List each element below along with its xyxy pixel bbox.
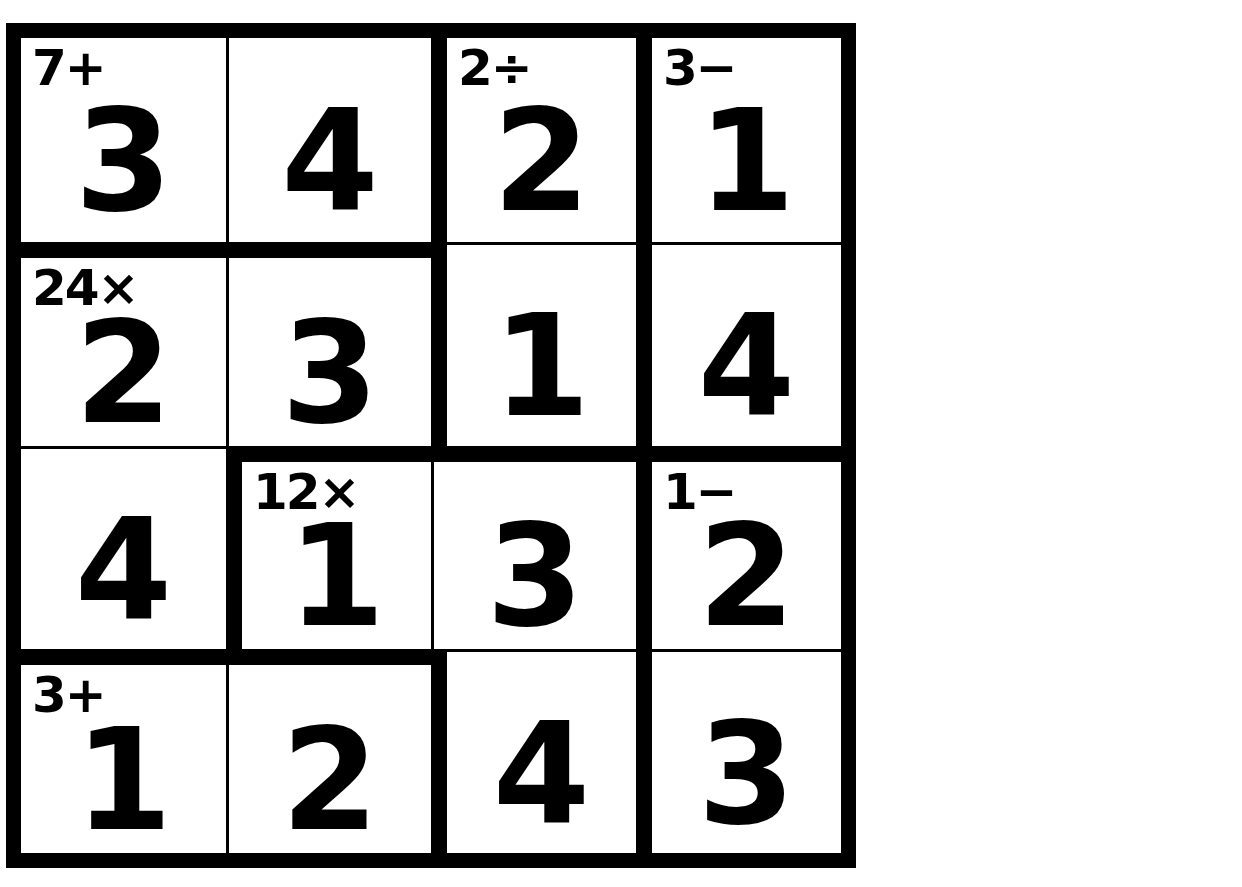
cell-value: 4 [698, 297, 795, 437]
cell-r1c1: 7+ 3 [21, 38, 226, 242]
cell-value: 4 [75, 501, 172, 641]
cell-r4c3: 4 [431, 649, 636, 853]
cell-r2c2: 3 [226, 242, 431, 446]
cell-r1c2: 4 [226, 38, 431, 242]
cell-value: 1 [698, 92, 795, 232]
cell-value: 4 [493, 705, 590, 845]
cell-r3c3: 3 [431, 446, 636, 650]
cell-value: 3 [486, 507, 583, 647]
cell-value: 1 [493, 297, 590, 437]
cell-r4c4: 3 [636, 649, 841, 853]
cell-r1c4: 3− 1 [636, 38, 841, 242]
cell-value: 2 [75, 304, 172, 444]
cell-r2c1: 24× 2 [21, 242, 226, 446]
cell-value: 3 [75, 92, 172, 232]
page-background: 7+ 3 4 2÷ 2 3− 1 24× 2 3 1 4 [0, 0, 1242, 887]
cell-r2c4: 4 [636, 242, 841, 446]
cell-value: 4 [281, 92, 378, 232]
cell-value: 1 [288, 507, 385, 647]
cell-value: 3 [281, 304, 378, 444]
kenken-board: 7+ 3 4 2÷ 2 3− 1 24× 2 3 1 4 [6, 23, 856, 868]
cell-value: 2 [493, 92, 590, 232]
cell-r3c4: 1− 2 [636, 446, 841, 650]
cell-r4c2: 2 [226, 649, 431, 853]
cell-value: 1 [75, 711, 172, 851]
cell-value: 2 [281, 711, 378, 851]
cell-r4c1: 3+ 1 [21, 649, 226, 853]
cell-value: 3 [698, 705, 795, 845]
cell-r3c2: 12× 1 [226, 446, 431, 650]
cell-r1c3: 2÷ 2 [431, 38, 636, 242]
cell-r3c1: 4 [21, 446, 226, 650]
cell-value: 2 [698, 507, 795, 647]
cell-r2c3: 1 [431, 242, 636, 446]
